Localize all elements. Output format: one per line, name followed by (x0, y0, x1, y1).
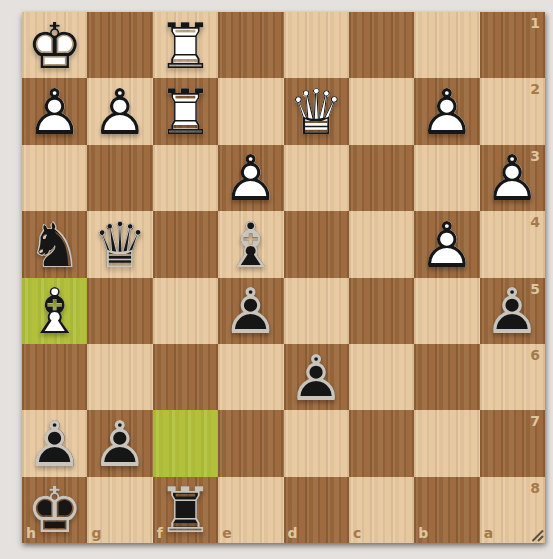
black-knight-detail-lines: ♘ (22, 212, 87, 278)
black-pawn-detail-lines: ♙ (480, 279, 545, 345)
square-h1[interactable]: ♚♔ (22, 12, 87, 78)
resize-handle-icon[interactable] (529, 527, 544, 542)
square-d5[interactable] (284, 278, 349, 344)
square-b5[interactable] (414, 278, 479, 344)
piece-white-queen[interactable]: ♛♕ (284, 78, 349, 144)
square-f7[interactable] (153, 410, 218, 476)
square-c7[interactable] (349, 410, 414, 476)
square-a8[interactable]: 8a (480, 477, 545, 543)
square-f2[interactable]: ♜♖ (153, 78, 218, 144)
square-g2[interactable]: ♟♙ (87, 78, 152, 144)
square-b3[interactable] (414, 145, 479, 211)
piece-black-pawn[interactable]: ♟♙ (284, 344, 349, 410)
rank-label-7: 7 (530, 413, 540, 429)
piece-black-king[interactable]: ♚♔ (22, 477, 87, 543)
white-queen-detail-lines: ♕ (284, 79, 349, 145)
square-f6[interactable] (153, 344, 218, 410)
black-rook-detail-lines: ♖ (153, 478, 218, 544)
piece-black-knight[interactable]: ♞♘ (22, 211, 87, 277)
piece-white-bishop[interactable]: ♝♗ (22, 278, 87, 344)
black-pawn-detail-lines: ♙ (87, 411, 152, 477)
square-e8[interactable]: e (218, 477, 283, 543)
white-pawn-detail-lines: ♙ (480, 146, 545, 212)
square-c8[interactable]: c (349, 477, 414, 543)
square-b8[interactable]: b (414, 477, 479, 543)
white-pawn-detail-lines: ♙ (22, 79, 87, 145)
white-king-detail-lines: ♔ (22, 13, 87, 79)
square-g4[interactable]: ♛♕ (87, 211, 152, 277)
square-h6[interactable] (22, 344, 87, 410)
square-h7[interactable]: ♟♙ (22, 410, 87, 476)
piece-white-pawn[interactable]: ♟♙ (22, 78, 87, 144)
square-e5[interactable]: ♟♙ (218, 278, 283, 344)
square-g8[interactable]: g (87, 477, 152, 543)
file-label-d: d (288, 525, 298, 541)
square-h3[interactable] (22, 145, 87, 211)
square-d6[interactable]: ♟♙ (284, 344, 349, 410)
square-c5[interactable] (349, 278, 414, 344)
black-king-detail-lines: ♔ (22, 478, 87, 544)
square-h4[interactable]: ♞♘ (22, 211, 87, 277)
square-e1[interactable] (218, 12, 283, 78)
chess-board: ♚♔♜♖1♟♙♟♙♜♖♛♕♟♙2♟♙3♟♙♞♘♛♕♝♗♟♙4♝♗♟♙5♟♙♟♙6… (22, 12, 545, 543)
piece-white-pawn[interactable]: ♟♙ (414, 211, 479, 277)
square-d7[interactable] (284, 410, 349, 476)
square-a6[interactable]: 6 (480, 344, 545, 410)
square-e6[interactable] (218, 344, 283, 410)
piece-white-pawn[interactable]: ♟♙ (480, 145, 545, 211)
square-a1[interactable]: 1 (480, 12, 545, 78)
rank-label-8: 8 (530, 480, 540, 496)
square-e3[interactable]: ♟♙ (218, 145, 283, 211)
square-b2[interactable]: ♟♙ (414, 78, 479, 144)
white-pawn-detail-lines: ♙ (87, 79, 152, 145)
square-h2[interactable]: ♟♙ (22, 78, 87, 144)
piece-white-rook[interactable]: ♜♖ (153, 78, 218, 144)
square-c2[interactable] (349, 78, 414, 144)
square-d8[interactable]: d (284, 477, 349, 543)
square-h8[interactable]: h♚♔ (22, 477, 87, 543)
square-g1[interactable] (87, 12, 152, 78)
white-rook-detail-lines: ♖ (153, 13, 218, 79)
square-d3[interactable] (284, 145, 349, 211)
rank-label-4: 4 (530, 214, 540, 230)
square-d1[interactable] (284, 12, 349, 78)
square-e2[interactable] (218, 78, 283, 144)
square-d2[interactable]: ♛♕ (284, 78, 349, 144)
square-f3[interactable] (153, 145, 218, 211)
square-g5[interactable] (87, 278, 152, 344)
piece-black-pawn[interactable]: ♟♙ (480, 278, 545, 344)
white-pawn-detail-lines: ♙ (218, 146, 283, 212)
square-a3[interactable]: 3♟♙ (480, 145, 545, 211)
square-b6[interactable] (414, 344, 479, 410)
file-label-e: e (222, 525, 232, 541)
file-label-a: a (484, 525, 493, 541)
piece-black-bishop[interactable]: ♝♗ (218, 211, 283, 277)
square-a2[interactable]: 2 (480, 78, 545, 144)
rank-label-2: 2 (530, 81, 540, 97)
piece-white-pawn[interactable]: ♟♙ (87, 78, 152, 144)
black-pawn-detail-lines: ♙ (22, 411, 87, 477)
square-b7[interactable] (414, 410, 479, 476)
file-label-b: b (418, 525, 428, 541)
file-label-g: g (91, 525, 101, 541)
white-pawn-detail-lines: ♙ (414, 79, 479, 145)
piece-white-king[interactable]: ♚♔ (22, 12, 87, 78)
piece-black-pawn[interactable]: ♟♙ (218, 278, 283, 344)
piece-white-pawn[interactable]: ♟♙ (414, 78, 479, 144)
square-d4[interactable] (284, 211, 349, 277)
square-g3[interactable] (87, 145, 152, 211)
piece-white-rook[interactable]: ♜♖ (153, 12, 218, 78)
square-c3[interactable] (349, 145, 414, 211)
piece-white-pawn[interactable]: ♟♙ (218, 145, 283, 211)
rank-label-1: 1 (530, 15, 540, 31)
black-pawn-detail-lines: ♙ (218, 279, 283, 345)
square-b1[interactable] (414, 12, 479, 78)
square-c4[interactable] (349, 211, 414, 277)
piece-black-queen[interactable]: ♛♕ (87, 211, 152, 277)
white-bishop-detail-lines: ♗ (22, 279, 87, 345)
square-b4[interactable]: ♟♙ (414, 211, 479, 277)
black-pawn-detail-lines: ♙ (284, 345, 349, 411)
rank-label-6: 6 (530, 347, 540, 363)
piece-black-pawn[interactable]: ♟♙ (87, 410, 152, 476)
page-background: { "game": "chess", "board": { "orientati… (0, 0, 553, 559)
square-a4[interactable]: 4 (480, 211, 545, 277)
piece-black-pawn[interactable]: ♟♙ (22, 410, 87, 476)
black-bishop-detail-lines: ♗ (218, 212, 283, 278)
square-e7[interactable] (218, 410, 283, 476)
white-rook-detail-lines: ♖ (153, 79, 218, 145)
square-c1[interactable] (349, 12, 414, 78)
black-queen-detail-lines: ♕ (87, 212, 152, 278)
square-f8[interactable]: f♜♖ (153, 477, 218, 543)
square-c6[interactable] (349, 344, 414, 410)
square-h5[interactable]: ♝♗ (22, 278, 87, 344)
square-a7[interactable]: 7 (480, 410, 545, 476)
square-a5[interactable]: 5♟♙ (480, 278, 545, 344)
square-f4[interactable] (153, 211, 218, 277)
file-label-c: c (353, 525, 361, 541)
white-pawn-detail-lines: ♙ (414, 212, 479, 278)
square-g6[interactable] (87, 344, 152, 410)
square-f1[interactable]: ♜♖ (153, 12, 218, 78)
piece-black-rook[interactable]: ♜♖ (153, 477, 218, 543)
square-f5[interactable] (153, 278, 218, 344)
square-g7[interactable]: ♟♙ (87, 410, 152, 476)
square-e4[interactable]: ♝♗ (218, 211, 283, 277)
